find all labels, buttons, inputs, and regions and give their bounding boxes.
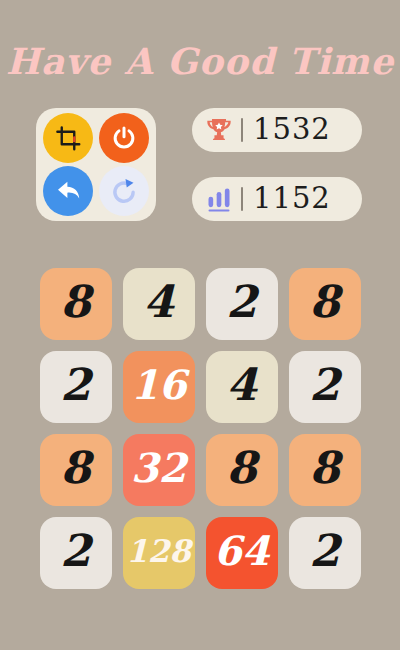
- tile-8: 8: [289, 268, 361, 340]
- tile-32: 32: [123, 434, 195, 506]
- tile-2: 2: [40, 517, 112, 589]
- tile-128: 128: [123, 517, 195, 589]
- tile-16: 16: [123, 351, 195, 423]
- crop-button[interactable]: [43, 113, 93, 163]
- control-panel: [36, 108, 156, 221]
- crop-icon: [53, 123, 83, 153]
- trophy-icon: [205, 116, 233, 144]
- divider: [241, 118, 243, 142]
- current-score-value: 1152: [253, 184, 331, 215]
- current-score-card: 1152: [192, 177, 362, 221]
- bar-chart-icon: [205, 185, 233, 213]
- best-score-value: 1532: [253, 115, 331, 146]
- tile-2: 2: [40, 351, 112, 423]
- tile-8: 8: [40, 434, 112, 506]
- refresh-icon: [109, 176, 139, 206]
- undo-button[interactable]: [43, 166, 93, 216]
- tile-64: 64: [206, 517, 278, 589]
- tile-4: 4: [123, 268, 195, 340]
- power-icon: [109, 123, 139, 153]
- tile-2: 2: [206, 268, 278, 340]
- best-score-card: 1532: [192, 108, 362, 152]
- undo-arrow-icon: [53, 176, 83, 206]
- tile-2: 2: [289, 517, 361, 589]
- tile-8: 8: [40, 268, 112, 340]
- top-bar: 1532 1152: [0, 108, 400, 221]
- refresh-button[interactable]: [99, 166, 149, 216]
- tile-8: 8: [206, 434, 278, 506]
- power-button[interactable]: [99, 113, 149, 163]
- tile-2: 2: [289, 351, 361, 423]
- divider: [241, 187, 243, 211]
- score-panel: 1532 1152: [192, 108, 362, 221]
- tile-grid[interactable]: 842821642832882128642: [0, 268, 400, 589]
- tile-8: 8: [289, 434, 361, 506]
- page-title: Have A Good Time: [0, 0, 400, 82]
- tile-4: 4: [206, 351, 278, 423]
